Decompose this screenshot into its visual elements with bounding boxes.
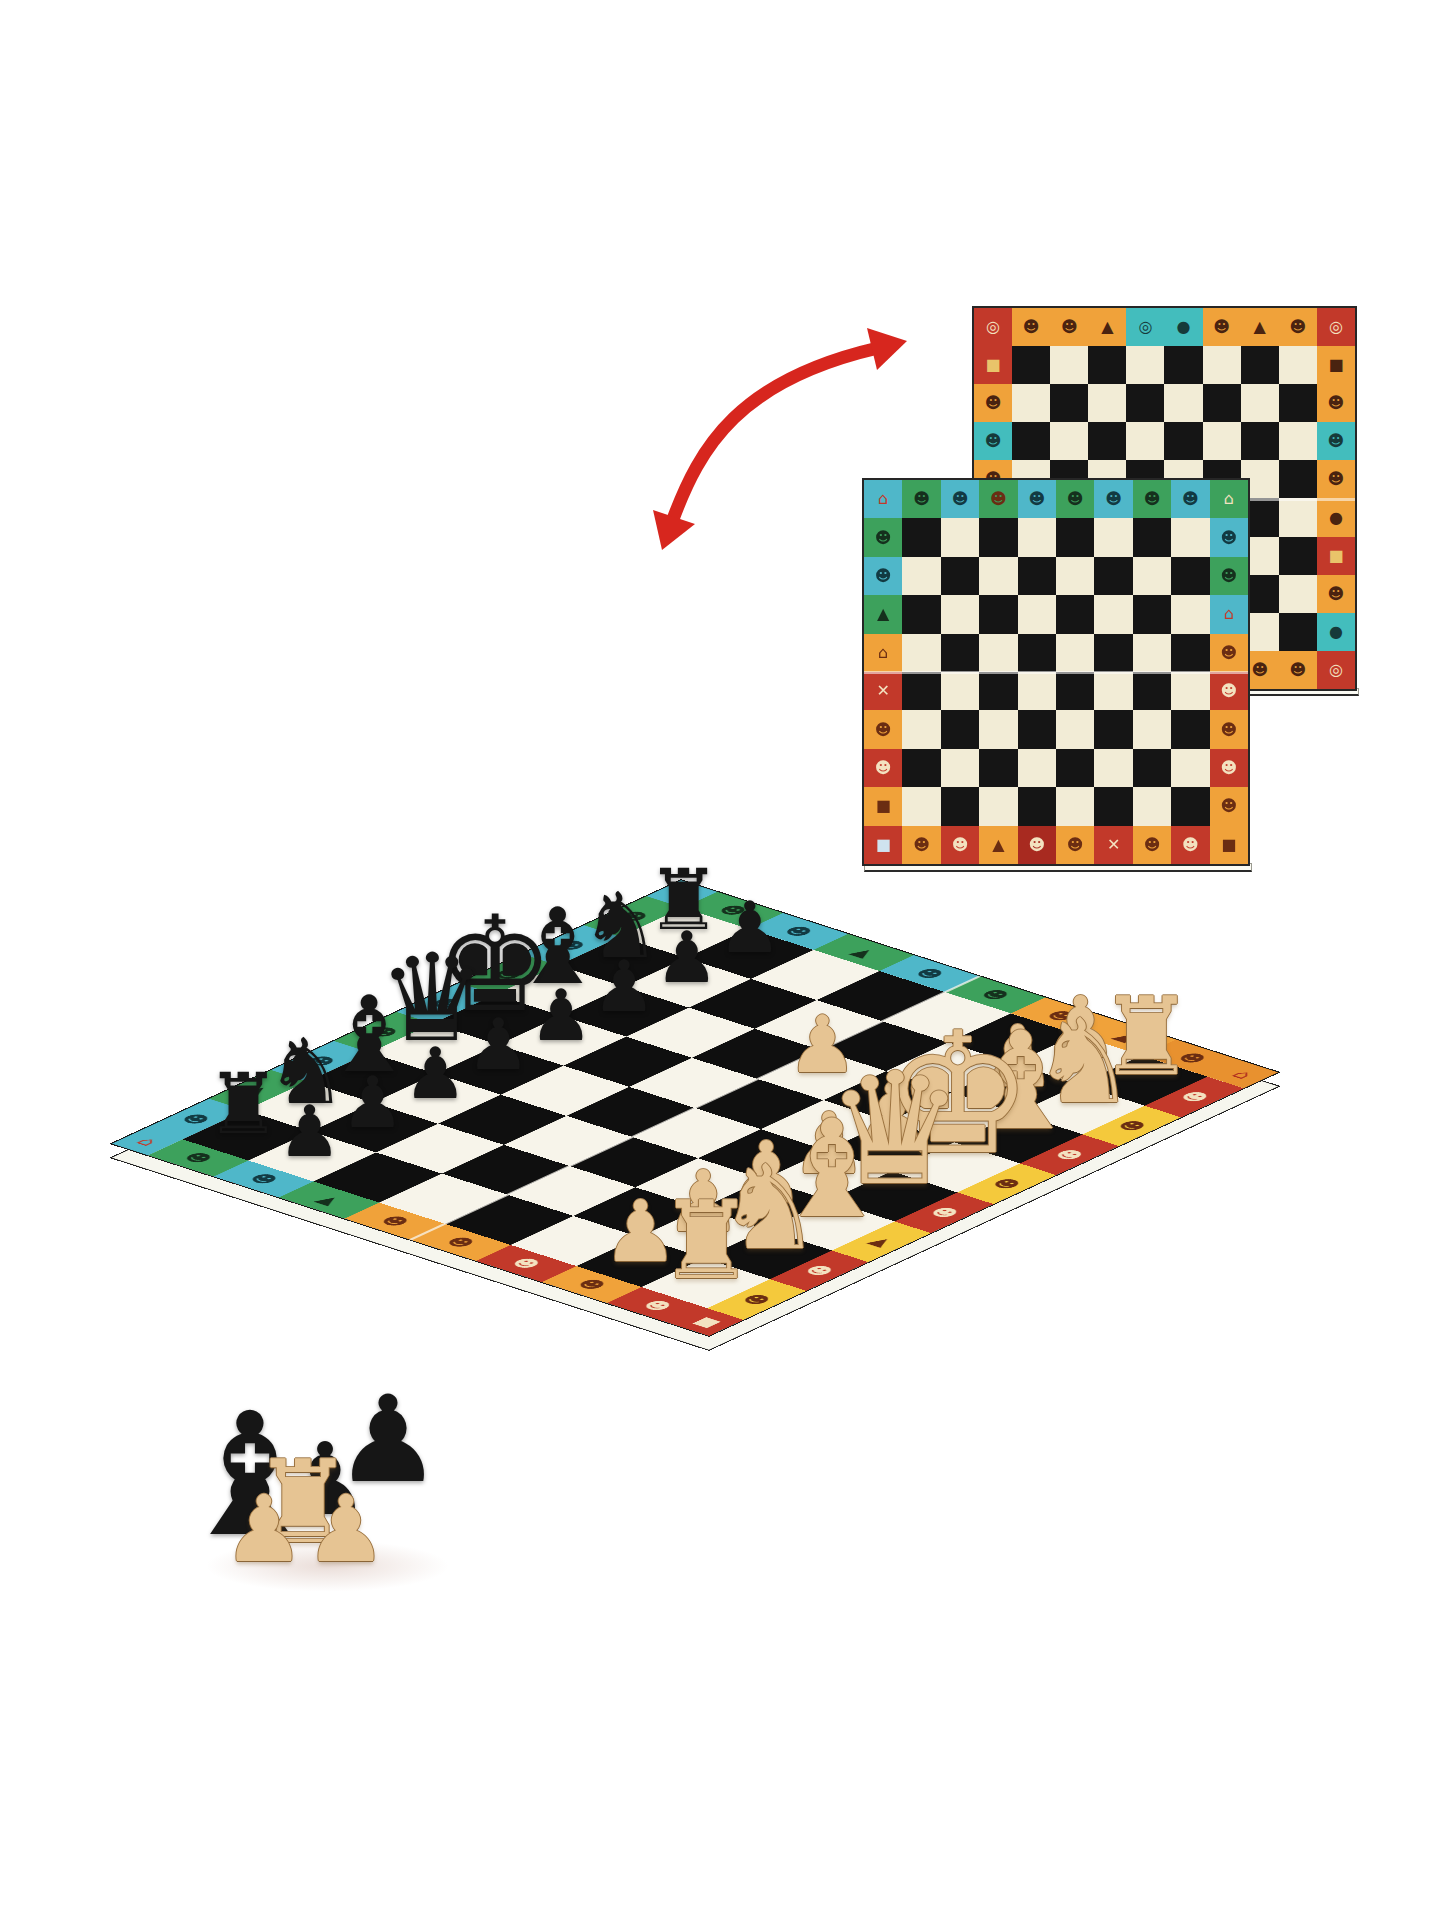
light-square <box>1012 384 1050 422</box>
folk-motif-icon: ✕ <box>876 683 889 699</box>
chess-piece-black-pawn: ♟ <box>655 922 719 993</box>
dark-square <box>1094 710 1132 748</box>
chess-piece-black-pawn: ♟ <box>466 1009 530 1080</box>
folk-motif-icon: ☻ <box>1328 586 1345 602</box>
folk-motif-icon: ☻ <box>1220 722 1237 738</box>
folk-motif-icon: ☻ <box>1023 319 1040 335</box>
dark-square <box>1133 749 1171 787</box>
folk-motif-icon: ⌂ <box>132 1135 162 1147</box>
folk-motif-icon: ☻ <box>1290 319 1307 335</box>
dark-square <box>902 595 940 633</box>
folk-motif-icon: ● <box>1177 319 1191 335</box>
border-decor-cell: ✕ <box>864 672 902 710</box>
light-square <box>1171 749 1209 787</box>
border-decor-cell: ▲ <box>1241 308 1279 346</box>
dark-square <box>1094 557 1132 595</box>
light-square <box>979 710 1017 748</box>
folk-motif-icon: ▲ <box>1101 319 1113 335</box>
dark-square <box>1050 384 1088 422</box>
light-square <box>1279 498 1317 536</box>
folk-motif-icon: ☻ <box>1061 319 1078 335</box>
folk-motif-icon: ▲ <box>992 837 1004 853</box>
border-decor-cell: ☻ <box>1133 480 1171 518</box>
border-decor-cell: ☻ <box>941 480 979 518</box>
folk-motif-icon: ☻ <box>1182 837 1199 853</box>
folk-motif-icon: ☻ <box>875 530 892 546</box>
dark-square <box>1056 749 1094 787</box>
dark-square <box>1171 634 1209 672</box>
border-decor-cell: ☻ <box>941 826 979 864</box>
folk-motif-icon: ☻ <box>507 1256 545 1271</box>
light-square <box>902 710 940 748</box>
front-flat-board: ⌂☻☻☻☻☻☻☻☻⌂☻☻☻☻▲⌂⌂☻✕☻☻☻☻☻■☻■☻☻▲☻☻✕☻☻■ <box>862 478 1250 866</box>
dark-square <box>902 672 940 710</box>
folk-motif-icon: ■ <box>1328 548 1343 564</box>
border-decor-cell: ✕ <box>1094 826 1132 864</box>
folk-motif-icon: ◎ <box>986 319 1000 335</box>
light-square <box>1126 422 1164 460</box>
border-decor-cell: ☻ <box>1317 575 1355 613</box>
folk-motif-icon: ☻ <box>1328 433 1345 449</box>
dark-square <box>1133 672 1171 710</box>
folk-motif-icon: ☻ <box>1028 837 1045 853</box>
border-decor-cell: ☻ <box>1203 308 1241 346</box>
border-decor-cell: ☻ <box>1210 557 1248 595</box>
folk-motif-icon: ■ <box>690 1315 726 1329</box>
border-decor-cell: ☻ <box>902 826 940 864</box>
folk-motif-icon: ☻ <box>780 924 818 939</box>
folk-motif-icon: ● <box>1329 510 1343 526</box>
border-decor-cell: ■ <box>864 826 902 864</box>
light-square <box>1094 595 1132 633</box>
border-decor-cell: ☻ <box>1279 308 1317 346</box>
light-square <box>1241 384 1279 422</box>
folk-motif-icon: ☻ <box>913 491 930 507</box>
folk-motif-icon: ☻ <box>1220 683 1237 699</box>
light-square <box>1056 787 1094 825</box>
dark-square <box>1018 787 1056 825</box>
border-decor-cell: ☻ <box>1094 480 1132 518</box>
border-decor-cell: ☻ <box>1210 787 1248 825</box>
dark-square <box>1164 422 1202 460</box>
dark-square <box>979 749 1017 787</box>
folk-motif-icon: ☻ <box>1220 530 1237 546</box>
border-decor-cell: ▲ <box>864 595 902 633</box>
dark-square <box>902 518 940 556</box>
light-square <box>1056 557 1094 595</box>
light-square <box>1018 672 1056 710</box>
folk-motif-icon: ◎ <box>1329 319 1343 335</box>
folk-motif-icon: ☻ <box>1290 662 1307 678</box>
folk-motif-icon: ☻ <box>1144 837 1161 853</box>
folk-motif-icon: ☻ <box>985 395 1002 411</box>
dark-square <box>1056 672 1094 710</box>
folk-motif-icon: ▲ <box>848 946 880 959</box>
dark-square <box>1126 384 1164 422</box>
dark-square <box>1171 557 1209 595</box>
border-decor-cell: ☻ <box>1210 749 1248 787</box>
border-decor-cell: ☻ <box>1317 384 1355 422</box>
light-square <box>1133 787 1171 825</box>
light-square <box>1126 346 1164 384</box>
light-square <box>1133 557 1171 595</box>
folk-motif-icon: ☻ <box>990 491 1007 507</box>
border-decor-cell: ☻ <box>902 480 940 518</box>
light-square <box>1018 749 1056 787</box>
border-decor-cell: ■ <box>974 346 1012 384</box>
border-decor-cell: ■ <box>1317 537 1355 575</box>
dark-square <box>1094 634 1132 672</box>
light-square <box>1279 422 1317 460</box>
chess-piece-black-pawn: ♟ <box>404 1038 468 1109</box>
border-decor-cell: ☻ <box>1210 672 1248 710</box>
border-decor-cell: ● <box>1317 613 1355 651</box>
folk-motif-icon: ☻ <box>1067 491 1084 507</box>
light-square <box>1018 518 1056 556</box>
dark-square <box>902 749 940 787</box>
border-decor-cell: ☻ <box>1018 480 1056 518</box>
dark-square <box>941 710 979 748</box>
folk-motif-icon: ☻ <box>1220 798 1237 814</box>
border-decor-cell: ⌂ <box>864 634 902 672</box>
chess-piece-black-pawn: ♟ <box>341 1067 405 1138</box>
chess-piece-white-rook: ♜ <box>658 1187 755 1295</box>
folk-motif-icon: ☻ <box>913 837 930 853</box>
dark-square <box>1133 518 1171 556</box>
border-decor-cell: ☻ <box>864 749 902 787</box>
folk-motif-icon: ☻ <box>1220 568 1237 584</box>
dark-square <box>979 518 1017 556</box>
chess-piece-black-pawn: ♟ <box>278 1096 342 1167</box>
border-decor-cell: ☻ <box>1210 634 1248 672</box>
light-square <box>1050 346 1088 384</box>
folk-motif-icon: ☻ <box>1144 491 1161 507</box>
folk-motif-icon: ☻ <box>952 491 969 507</box>
light-square <box>1133 710 1171 748</box>
folk-motif-icon: ■ <box>1221 837 1236 853</box>
light-square <box>1171 518 1209 556</box>
dark-square <box>1171 787 1209 825</box>
light-square <box>1056 634 1094 672</box>
folk-motif-icon: ☻ <box>245 1172 283 1187</box>
folk-motif-icon: ▲ <box>1254 319 1266 335</box>
border-decor-cell: ■ <box>1317 346 1355 384</box>
border-decor-cell: ◎ <box>1317 308 1355 346</box>
light-square <box>902 787 940 825</box>
folk-motif-icon: ☻ <box>1220 645 1237 661</box>
border-decor-cell: ☻ <box>979 480 1017 518</box>
chess-piece-black-rook: ♜ <box>206 1062 281 1146</box>
border-decor-cell: ☻ <box>1210 518 1248 556</box>
dark-square <box>1279 460 1317 498</box>
light-square <box>1171 595 1209 633</box>
dark-square <box>1088 422 1126 460</box>
folk-motif-icon: ☻ <box>376 1214 414 1229</box>
dark-square <box>1056 518 1094 556</box>
folk-motif-icon: ☻ <box>875 568 892 584</box>
folk-motif-icon: ☻ <box>1328 395 1345 411</box>
folk-motif-icon: ☻ <box>1028 491 1045 507</box>
border-decor-cell: ● <box>1317 498 1355 536</box>
folk-motif-icon: ☻ <box>1067 837 1084 853</box>
chess-piece-white-pawn: ♟ <box>305 1484 387 1576</box>
folk-motif-icon: ■ <box>876 798 891 814</box>
light-square <box>1164 384 1202 422</box>
dark-square <box>1012 422 1050 460</box>
border-decor-cell: ⌂ <box>1210 480 1248 518</box>
folk-motif-icon: ☻ <box>442 1235 480 1250</box>
dark-square <box>941 557 979 595</box>
border-decor-cell: ☻ <box>1012 308 1050 346</box>
border-decor-cell: ☻ <box>1317 422 1355 460</box>
border-decor-cell: ■ <box>1210 826 1248 864</box>
light-square <box>1203 422 1241 460</box>
light-square <box>979 557 1017 595</box>
light-square <box>1279 346 1317 384</box>
folk-motif-icon: ☻ <box>1105 491 1122 507</box>
folk-motif-icon: ■ <box>876 837 891 853</box>
folk-motif-icon: ☻ <box>911 966 949 981</box>
dark-square <box>1241 422 1279 460</box>
folk-motif-icon: ⌂ <box>878 645 888 661</box>
border-decor-cell: ☻ <box>1018 826 1056 864</box>
border-decor-cell: ▲ <box>1088 308 1126 346</box>
border-decor-cell: ⌂ <box>864 480 902 518</box>
border-decor-cell: ☻ <box>974 422 1012 460</box>
border-decor-cell: ◎ <box>1317 651 1355 689</box>
light-square <box>1094 749 1132 787</box>
light-square <box>979 634 1017 672</box>
folk-motif-icon: ☻ <box>1328 471 1345 487</box>
dark-square <box>1241 346 1279 384</box>
dark-square <box>979 672 1017 710</box>
folk-motif-icon: ✕ <box>1107 837 1120 853</box>
dark-square <box>1171 710 1209 748</box>
light-square <box>1203 346 1241 384</box>
light-square <box>1018 595 1056 633</box>
folk-motif-icon: ☻ <box>952 837 969 853</box>
folk-motif-icon: ☻ <box>1182 491 1199 507</box>
dark-square <box>941 787 979 825</box>
border-decor-cell: ☻ <box>1210 710 1248 748</box>
light-square <box>941 595 979 633</box>
folk-motif-icon: ⌂ <box>1228 1068 1258 1080</box>
border-decor-cell: ◎ <box>974 308 1012 346</box>
dark-square <box>1164 346 1202 384</box>
border-decor-cell: ☻ <box>1171 480 1209 518</box>
folk-motif-icon: ☻ <box>1220 760 1237 776</box>
folk-motif-icon: ⌂ <box>1224 491 1234 507</box>
dark-square <box>1279 537 1317 575</box>
border-decor-cell: ☻ <box>1279 651 1317 689</box>
border-decor-cell: ☻ <box>1317 460 1355 498</box>
border-decor-cell: ☻ <box>864 557 902 595</box>
folk-motif-icon: ☻ <box>1251 662 1268 678</box>
dark-square <box>1279 613 1317 651</box>
folk-motif-icon: ▲ <box>313 1194 345 1207</box>
light-square <box>1171 672 1209 710</box>
folk-motif-icon: ■ <box>1328 357 1343 373</box>
chess-piece-black-pawn: ♟ <box>529 980 593 1051</box>
product-photo-scene: ◎☻☻▲◎●☻▲☻◎■■☻☻☻☻☻☻☻●☻■◎☻●●○☻☻☻▲☻☻☻☻◎ ⌂☻☻… <box>0 0 1445 1927</box>
dark-square <box>1133 595 1171 633</box>
dark-square <box>1018 634 1056 672</box>
border-decor-cell: ☻ <box>1056 480 1094 518</box>
light-square <box>941 749 979 787</box>
folk-motif-icon: ⌂ <box>1224 606 1234 622</box>
border-decor-cell: ■ <box>864 787 902 825</box>
border-decor-cell: ● <box>1164 308 1202 346</box>
border-decor-cell: ⌂ <box>1210 595 1248 633</box>
folk-motif-icon: ☻ <box>1213 319 1230 335</box>
light-square <box>1094 672 1132 710</box>
chess-piece-white-pawn: ♟ <box>223 1484 305 1576</box>
dark-square <box>1056 595 1094 633</box>
folk-motif-icon: ● <box>1329 624 1343 640</box>
light-square <box>1094 518 1132 556</box>
folk-motif-icon: ■ <box>985 357 1000 373</box>
light-square <box>979 787 1017 825</box>
dark-square <box>1279 384 1317 422</box>
folk-motif-icon: ◎ <box>1138 319 1152 335</box>
light-square <box>1056 710 1094 748</box>
folk-motif-icon: ⌂ <box>878 491 888 507</box>
border-decor-cell: ☻ <box>1171 826 1209 864</box>
dark-square <box>1018 710 1056 748</box>
dark-square <box>941 634 979 672</box>
folk-motif-icon: ◎ <box>1329 662 1343 678</box>
dark-square <box>1018 557 1056 595</box>
light-square <box>941 518 979 556</box>
border-decor-cell: ☻ <box>1050 308 1088 346</box>
border-decor-cell: ☻ <box>864 710 902 748</box>
dark-square <box>1088 346 1126 384</box>
border-decor-cell: ▲ <box>979 826 1017 864</box>
folk-motif-icon: ☻ <box>875 760 892 776</box>
folk-motif-icon: ▲ <box>877 606 889 622</box>
light-square <box>1088 384 1126 422</box>
chess-piece-black-pawn: ♟ <box>718 892 782 963</box>
dark-square <box>1203 384 1241 422</box>
folk-motif-icon: ☻ <box>985 433 1002 449</box>
chess-piece-black-pawn: ♟ <box>592 951 656 1022</box>
dark-square <box>1012 346 1050 384</box>
light-square <box>902 557 940 595</box>
light-square <box>1279 575 1317 613</box>
light-square <box>941 672 979 710</box>
border-decor-cell: ☻ <box>974 384 1012 422</box>
light-square <box>1133 634 1171 672</box>
dark-square <box>1094 787 1132 825</box>
light-square <box>1050 422 1088 460</box>
folk-motif-icon: ☻ <box>875 722 892 738</box>
border-decor-cell: ◎ <box>1126 308 1164 346</box>
border-decor-cell: ☻ <box>864 518 902 556</box>
border-decor-cell: ☻ <box>1056 826 1094 864</box>
dark-square <box>979 595 1017 633</box>
border-decor-cell: ☻ <box>1133 826 1171 864</box>
light-square <box>902 634 940 672</box>
